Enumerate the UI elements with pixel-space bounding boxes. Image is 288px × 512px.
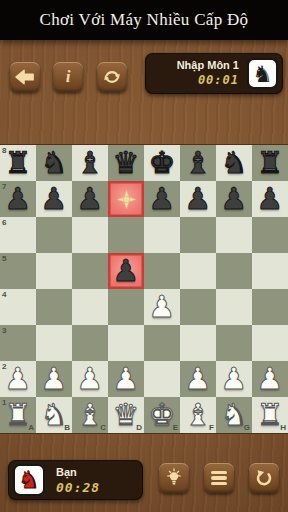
piece-white-rook[interactable]: ♜: [0, 397, 36, 433]
flip-board-button[interactable]: [97, 62, 127, 92]
square-f8[interactable]: ♝: [180, 145, 216, 181]
square-f3[interactable]: [180, 325, 216, 361]
square-d7[interactable]: [108, 181, 144, 217]
app-screen: Chơi Với Máy Nhiều Cấp Độ i Nhập Môn 1 0…: [0, 0, 288, 512]
opponent-panel: Nhập Môn 1 00:01 ♞: [145, 53, 283, 94]
piece-white-pawn[interactable]: ♟: [0, 361, 36, 397]
piece-black-pawn[interactable]: ♟: [108, 253, 144, 289]
square-a2[interactable]: 2♟: [0, 361, 36, 397]
opponent-level-label: Nhập Môn 1: [177, 59, 239, 71]
square-h7[interactable]: ♟: [252, 181, 288, 217]
square-h6[interactable]: [252, 217, 288, 253]
square-b6[interactable]: [36, 217, 72, 253]
player-clock: 00:28: [56, 480, 100, 495]
square-g1[interactable]: G♞: [216, 397, 252, 433]
piece-white-knight[interactable]: ♞: [36, 397, 72, 433]
piece-white-pawn[interactable]: ♟: [216, 361, 252, 397]
piece-white-pawn[interactable]: ♟: [252, 361, 288, 397]
square-c8[interactable]: ♝: [72, 145, 108, 181]
square-b4[interactable]: [36, 289, 72, 325]
piece-white-rook[interactable]: ♜: [252, 397, 288, 433]
piece-black-pawn[interactable]: ♟: [36, 181, 72, 217]
lightbulb-icon: [164, 468, 184, 488]
piece-black-king[interactable]: ♚: [144, 145, 180, 181]
square-g2[interactable]: ♟: [216, 361, 252, 397]
piece-black-pawn[interactable]: ♟: [0, 181, 36, 217]
piece-black-pawn[interactable]: ♟: [216, 181, 252, 217]
piece-black-bishop[interactable]: ♝: [180, 145, 216, 181]
square-f4[interactable]: [180, 289, 216, 325]
square-h8[interactable]: ♜: [252, 145, 288, 181]
square-d2[interactable]: ♟: [108, 361, 144, 397]
square-e1[interactable]: E♚: [144, 397, 180, 433]
square-d6[interactable]: [108, 217, 144, 253]
piece-black-knight[interactable]: ♞: [216, 145, 252, 181]
piece-white-bishop[interactable]: ♝: [180, 397, 216, 433]
black-knight-icon: ♞: [252, 61, 273, 87]
info-icon: i: [66, 67, 71, 87]
menu-button[interactable]: [204, 463, 234, 493]
rank-label-4: 4: [2, 290, 6, 299]
square-h1[interactable]: H♜: [252, 397, 288, 433]
menu-bar-icon: [211, 471, 227, 475]
piece-black-rook[interactable]: ♜: [252, 145, 288, 181]
piece-white-queen[interactable]: ♛: [108, 397, 144, 433]
piece-white-bishop[interactable]: ♝: [72, 397, 108, 433]
square-a3[interactable]: 3: [0, 325, 36, 361]
square-f1[interactable]: F♝: [180, 397, 216, 433]
square-e2[interactable]: [144, 361, 180, 397]
menu-bar-icon: [211, 476, 227, 480]
chess-board: 8♜♞♝♛♚♝♞♜7♟♟♟♟♟♟♟65♟4♟32♟♟♟♟♟♟♟1A♜B♞C♝D♛…: [0, 145, 288, 433]
square-a4[interactable]: 4: [0, 289, 36, 325]
square-e4[interactable]: ♟: [144, 289, 180, 325]
undo-button[interactable]: [249, 463, 279, 493]
square-f7[interactable]: ♟: [180, 181, 216, 217]
page-title: Chơi Với Máy Nhiều Cấp Độ: [0, 0, 288, 40]
square-a1[interactable]: 1A♜: [0, 397, 36, 433]
square-h2[interactable]: ♟: [252, 361, 288, 397]
square-a5[interactable]: 5: [0, 253, 36, 289]
square-b7[interactable]: ♟: [36, 181, 72, 217]
info-button[interactable]: i: [53, 62, 83, 92]
square-c2[interactable]: ♟: [72, 361, 108, 397]
square-g3[interactable]: [216, 325, 252, 361]
piece-white-pawn[interactable]: ♟: [180, 361, 216, 397]
square-e7[interactable]: ♟: [144, 181, 180, 217]
square-f6[interactable]: [180, 217, 216, 253]
square-h4[interactable]: [252, 289, 288, 325]
menu-bar-icon: [211, 482, 227, 486]
square-e3[interactable]: [144, 325, 180, 361]
hint-button[interactable]: [159, 463, 189, 493]
opponent-knight-badge: ♞: [247, 58, 278, 89]
square-e6[interactable]: [144, 217, 180, 253]
piece-black-pawn[interactable]: ♟: [180, 181, 216, 217]
square-d1[interactable]: D♛: [108, 397, 144, 433]
piece-white-pawn[interactable]: ♟: [144, 289, 180, 325]
square-h5[interactable]: [252, 253, 288, 289]
piece-black-pawn[interactable]: ♟: [252, 181, 288, 217]
square-c1[interactable]: C♝: [72, 397, 108, 433]
square-g8[interactable]: ♞: [216, 145, 252, 181]
square-d4[interactable]: [108, 289, 144, 325]
piece-white-pawn[interactable]: ♟: [36, 361, 72, 397]
square-g5[interactable]: [216, 253, 252, 289]
rank-label-3: 3: [2, 326, 6, 335]
square-e5[interactable]: [144, 253, 180, 289]
square-b3[interactable]: [36, 325, 72, 361]
piece-black-knight[interactable]: ♞: [36, 145, 72, 181]
red-knight-icon: ♞: [18, 466, 40, 494]
square-c5[interactable]: [72, 253, 108, 289]
piece-white-pawn[interactable]: ♟: [108, 361, 144, 397]
square-b1[interactable]: B♞: [36, 397, 72, 433]
piece-black-bishop[interactable]: ♝: [72, 145, 108, 181]
piece-black-pawn[interactable]: ♟: [72, 181, 108, 217]
square-d5[interactable]: ♟: [108, 253, 144, 289]
square-g7[interactable]: ♟: [216, 181, 252, 217]
piece-black-rook[interactable]: ♜: [0, 145, 36, 181]
square-b2[interactable]: ♟: [36, 361, 72, 397]
piece-white-knight[interactable]: ♞: [216, 397, 252, 433]
square-c6[interactable]: [72, 217, 108, 253]
piece-black-pawn[interactable]: ♟: [144, 181, 180, 217]
square-a8[interactable]: 8♜: [0, 145, 36, 181]
undo-arrow-icon: [254, 468, 274, 488]
square-b5[interactable]: [36, 253, 72, 289]
back-arrow-icon: [14, 67, 36, 87]
square-a6[interactable]: 6: [0, 217, 36, 253]
player-name-label: Bạn: [56, 466, 77, 478]
back-button[interactable]: [10, 62, 40, 92]
move-from-marker-icon: [108, 181, 144, 217]
piece-white-pawn[interactable]: ♟: [72, 361, 108, 397]
square-b8[interactable]: ♞: [36, 145, 72, 181]
square-e8[interactable]: ♚: [144, 145, 180, 181]
square-a7[interactable]: 7♟: [0, 181, 36, 217]
square-f2[interactable]: ♟: [180, 361, 216, 397]
rank-label-6: 6: [2, 218, 6, 227]
square-h3[interactable]: [252, 325, 288, 361]
square-c7[interactable]: ♟: [72, 181, 108, 217]
player-panel: ♞ Bạn 00:28: [8, 460, 143, 500]
square-g6[interactable]: [216, 217, 252, 253]
square-f5[interactable]: [180, 253, 216, 289]
rank-label-5: 5: [2, 254, 6, 263]
opponent-clock: 00:01: [198, 73, 239, 87]
piece-white-king[interactable]: ♚: [144, 397, 180, 433]
player-knight-badge: ♞: [13, 464, 45, 496]
refresh-icon: [102, 68, 122, 86]
square-g4[interactable]: [216, 289, 252, 325]
piece-black-queen[interactable]: ♛: [108, 145, 144, 181]
square-c3[interactable]: [72, 325, 108, 361]
square-d8[interactable]: ♛: [108, 145, 144, 181]
square-d3[interactable]: [108, 325, 144, 361]
square-c4[interactable]: [72, 289, 108, 325]
